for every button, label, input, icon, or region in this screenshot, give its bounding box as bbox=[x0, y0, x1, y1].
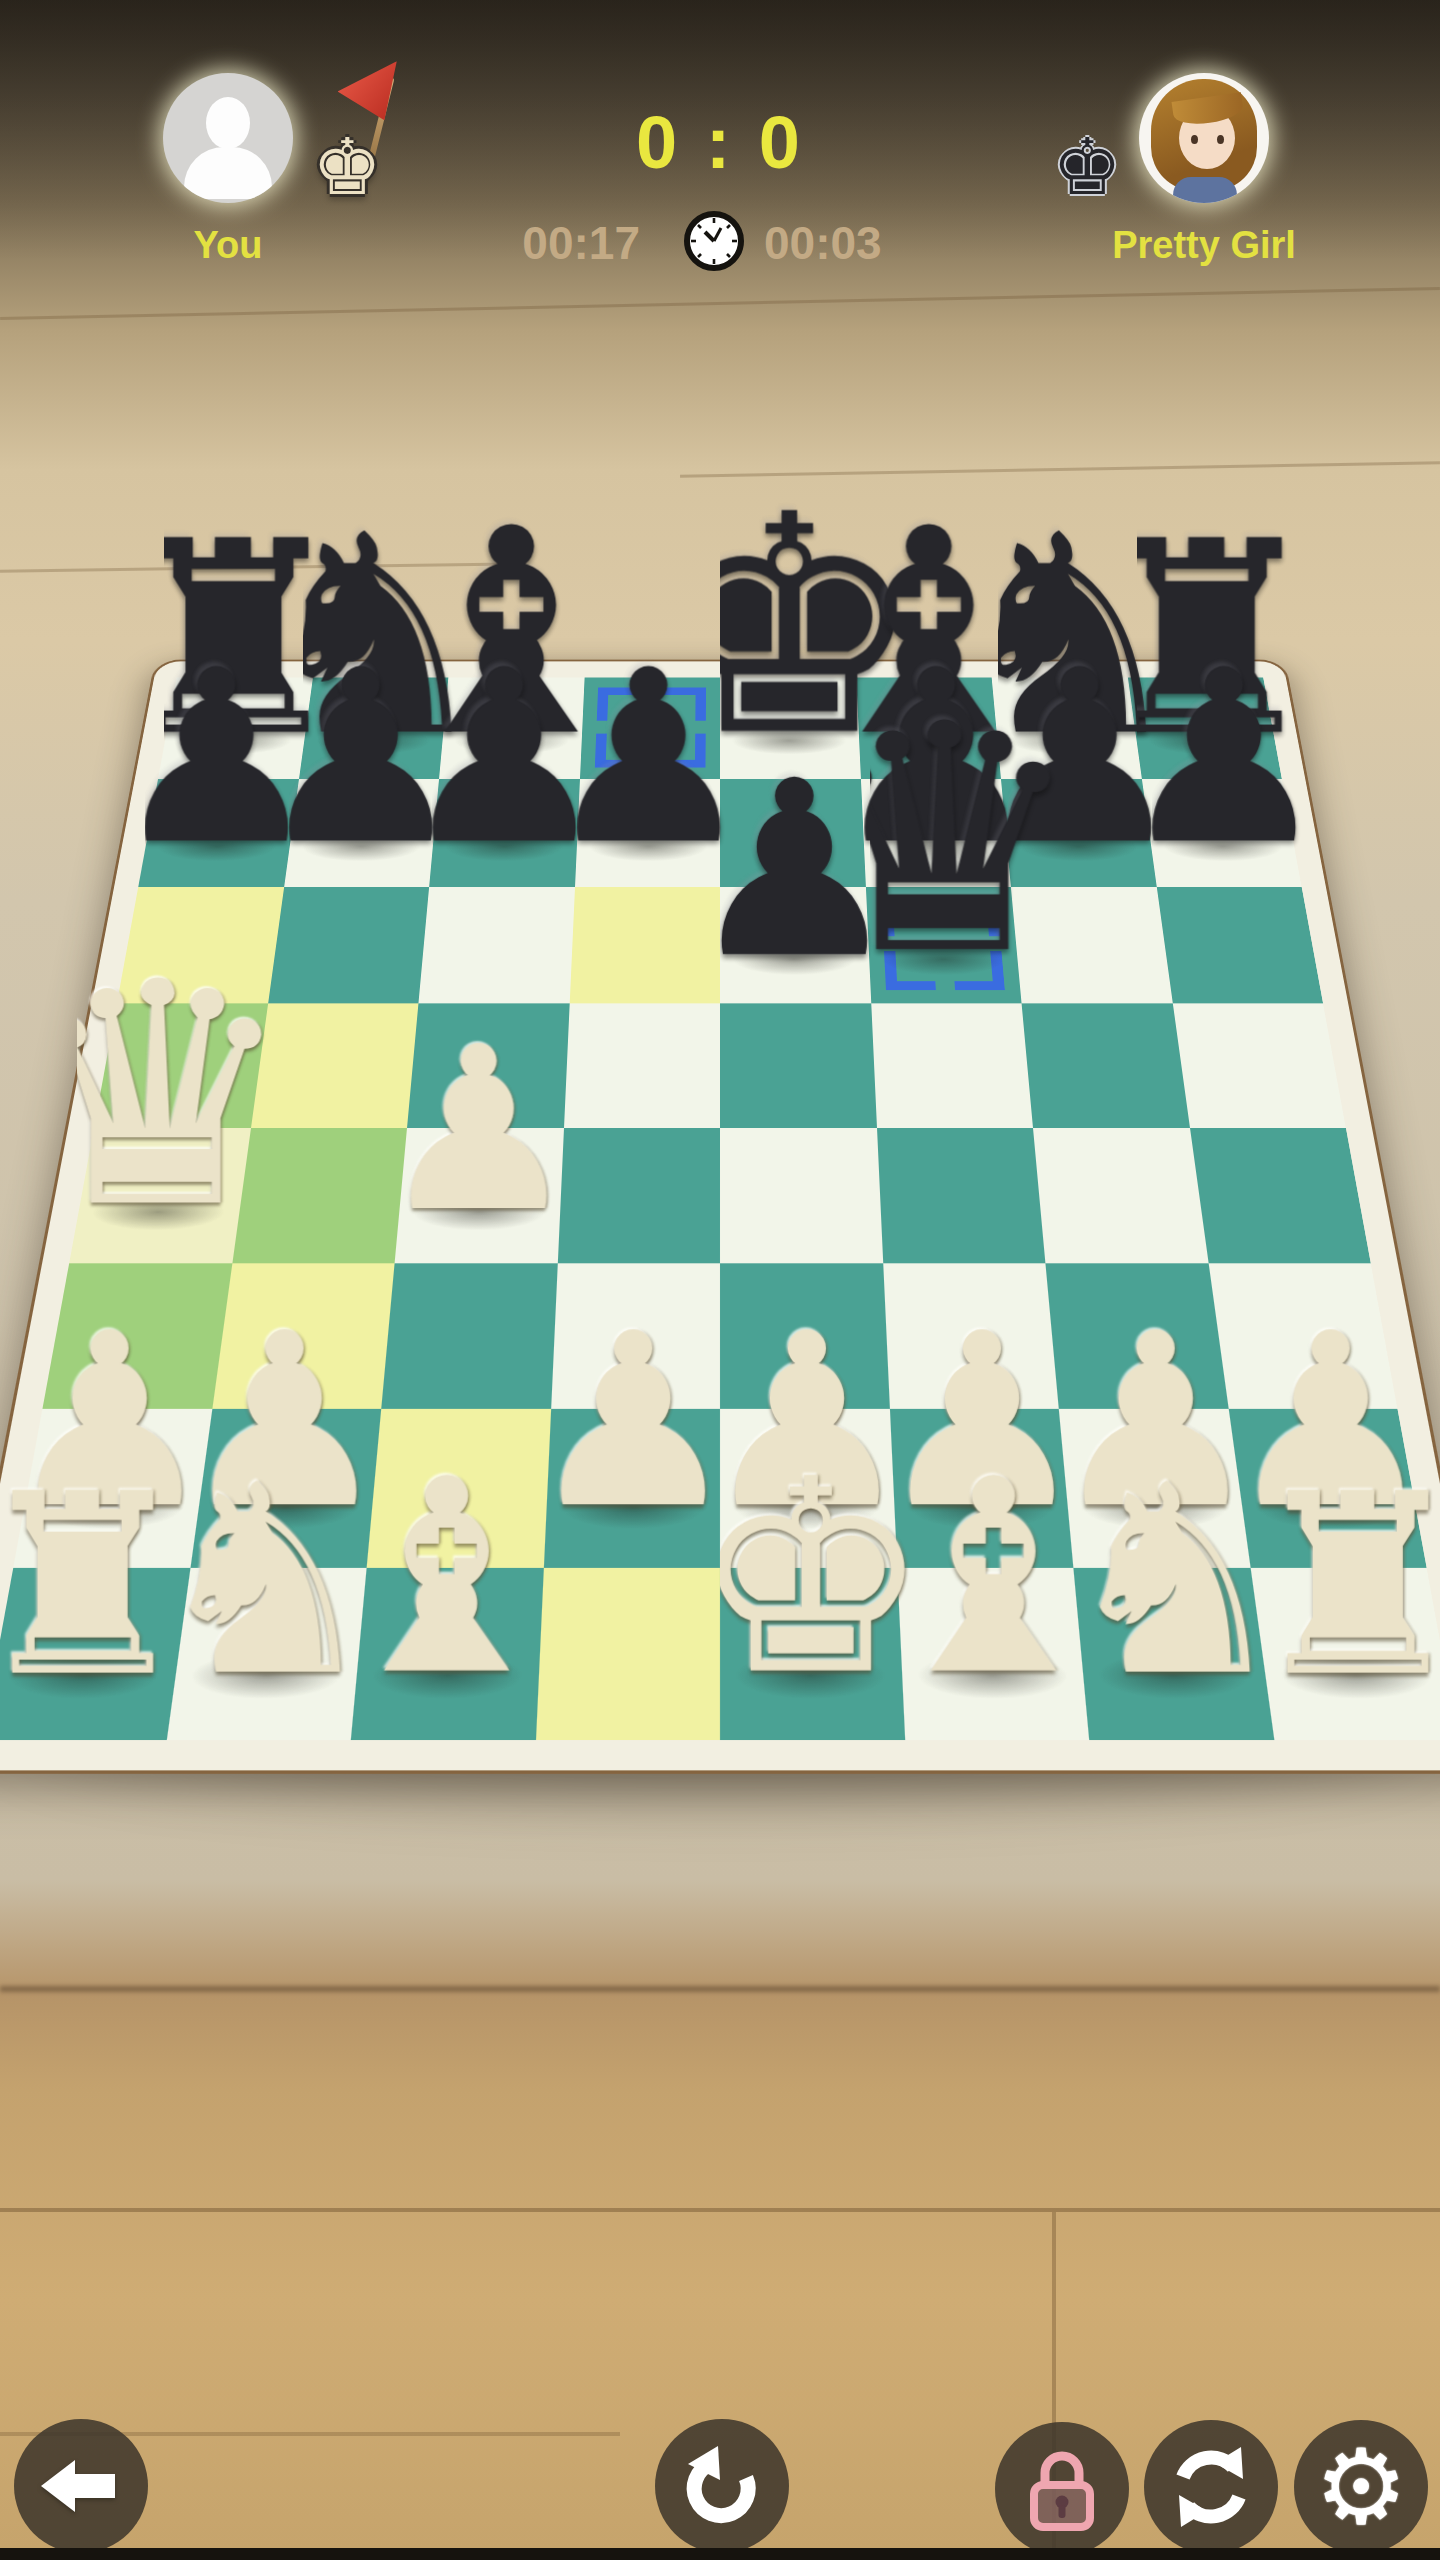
settings-button[interactable]: ⚙ bbox=[1294, 2420, 1428, 2554]
black-king-icon: ♚ bbox=[1052, 128, 1122, 206]
table-edge bbox=[0, 1986, 1440, 1992]
board-grid: ♜♞♝♚♝♞♜♟♟♟♟♟♟♟♟♛♛♟♟♟♟♟♟♟♟♜♞♝♚♝♞♜ bbox=[0, 678, 1440, 1741]
lock-button[interactable] bbox=[995, 2422, 1129, 2556]
undo-arrow-icon bbox=[680, 2444, 764, 2528]
black-pawn-h7[interactable]: ♟ bbox=[1152, 549, 1295, 852]
square-e5[interactable] bbox=[720, 1003, 877, 1128]
white-knight-g1[interactable]: ♞ bbox=[1084, 1301, 1265, 1685]
white-bishop-f1[interactable]: ♝ bbox=[902, 1301, 1083, 1685]
rotate-button[interactable] bbox=[1144, 2420, 1278, 2554]
square-d5[interactable] bbox=[564, 1003, 721, 1128]
avatar-opponent[interactable] bbox=[1139, 73, 1269, 203]
lock-icon bbox=[1022, 2445, 1102, 2533]
clock-icon bbox=[683, 210, 745, 276]
timer-you: 00:17 bbox=[440, 216, 640, 270]
square-h5[interactable] bbox=[1172, 1003, 1346, 1128]
undo-button[interactable] bbox=[655, 2419, 789, 2553]
player-name-you: You bbox=[98, 224, 358, 267]
player-name-opponent: Pretty Girl bbox=[1074, 224, 1334, 267]
gear-icon: ⚙ bbox=[1314, 2435, 1407, 2539]
avatar-eye bbox=[1191, 135, 1198, 144]
back-button[interactable] bbox=[14, 2419, 148, 2553]
square-f5[interactable] bbox=[871, 1003, 1033, 1128]
rotate-icon bbox=[1169, 2445, 1253, 2529]
timer-opponent: 00:03 bbox=[764, 216, 964, 270]
white-bishop-c1[interactable]: ♝ bbox=[356, 1301, 537, 1685]
floor-seam bbox=[0, 2208, 1440, 2212]
back-arrow-icon bbox=[41, 2460, 121, 2512]
square-h6[interactable] bbox=[1156, 887, 1323, 1003]
wood-seam bbox=[0, 287, 1440, 320]
chess-board: ♜♞♝♚♝♞♜♟♟♟♟♟♟♟♟♛♛♟♟♟♟♟♟♟♟♜♞♝♚♝♞♜ bbox=[0, 660, 1440, 1774]
white-rook-h1[interactable]: ♜ bbox=[1266, 1301, 1440, 1685]
avatar-eye bbox=[1217, 135, 1224, 144]
white-pawn-c4[interactable]: ♟ bbox=[399, 881, 559, 1220]
screen-bottom-bar bbox=[0, 2548, 1440, 2560]
square-g5[interactable] bbox=[1022, 1003, 1190, 1128]
